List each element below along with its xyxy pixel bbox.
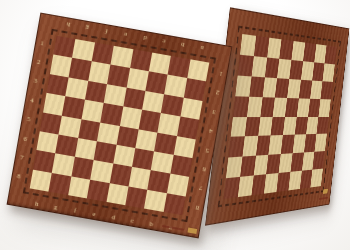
square-c3 [141, 90, 163, 112]
square-b4 [157, 113, 179, 135]
square-a3-back [321, 81, 333, 99]
rank-label-2: 2 [30, 51, 47, 73]
square-f8 [67, 176, 89, 198]
file-label-g: g [45, 198, 66, 214]
rank-label-6: 6 [195, 159, 211, 180]
square-g1 [72, 39, 94, 61]
rank-label-5: 5 [20, 108, 37, 130]
square-d3 [122, 87, 144, 109]
square-a1 [186, 59, 208, 81]
logo-stamp-front [187, 227, 197, 233]
square-e4 [100, 103, 122, 125]
square-c7 [128, 167, 150, 189]
file-label-c: c [121, 212, 142, 228]
square-d4 [119, 106, 141, 128]
square-c8 [125, 186, 147, 208]
square-b5 [154, 132, 176, 154]
square-h1 [53, 35, 75, 57]
file-label-e: e [83, 205, 104, 221]
square-c6 [131, 147, 153, 169]
square-a1-back [325, 45, 337, 64]
square-a5 [173, 135, 195, 157]
square-d1 [129, 49, 151, 71]
rank-label-3: 3 [206, 102, 222, 123]
square-a7-back [313, 151, 325, 169]
square-e3 [103, 83, 125, 105]
square-a7 [166, 173, 188, 195]
square-a3 [180, 97, 202, 119]
rank-label-7: 7 [192, 178, 208, 199]
square-c4 [138, 109, 160, 131]
file-label-a: a [191, 39, 213, 56]
file-label-d: d [102, 208, 123, 224]
square-e1 [110, 45, 132, 67]
file-label-g: g [76, 19, 98, 36]
square-h6 [36, 131, 58, 153]
file-label-d: d [133, 29, 155, 46]
square-g8 [48, 172, 70, 194]
square-c5 [135, 128, 157, 150]
square-g5 [58, 115, 80, 137]
rank-label-8: 8 [189, 197, 205, 218]
square-a5-back [317, 116, 329, 134]
square-e7 [90, 160, 112, 182]
file-label-f: f [64, 201, 85, 217]
square-f1 [91, 42, 113, 64]
rank-label-4: 4 [202, 121, 218, 142]
square-g6 [55, 134, 77, 156]
square-c1 [148, 52, 170, 74]
square-a4-back [319, 98, 331, 116]
square-a8 [163, 192, 185, 214]
rank-label-8: 8 [10, 165, 27, 187]
square-d2 [126, 68, 148, 90]
square-f4 [81, 99, 103, 121]
square-b7 [147, 170, 169, 192]
square-a6-back [315, 133, 327, 151]
square-f2 [88, 61, 110, 83]
square-c2 [145, 71, 167, 93]
square-a4 [176, 116, 198, 138]
rank-label-6: 6 [16, 127, 33, 149]
square-d8 [106, 182, 128, 204]
product-photo-stage: hgfedcba hgfedcba 12345678 12345678 [0, 0, 350, 250]
square-b6 [150, 151, 172, 173]
square-e2 [107, 64, 129, 86]
logo-stamp-back [323, 188, 328, 193]
square-h7 [33, 150, 55, 172]
square-a2-back [323, 63, 335, 81]
square-e5 [97, 122, 119, 144]
rank-label-2: 2 [209, 82, 225, 103]
square-f5 [77, 118, 99, 140]
square-b2 [164, 74, 186, 96]
rank-label-1: 1 [33, 32, 50, 54]
rank-label-3: 3 [26, 70, 43, 92]
board-grid-front [29, 35, 209, 215]
file-label-f: f [95, 22, 117, 39]
maker-mark-back [319, 196, 328, 199]
square-g4 [62, 96, 84, 118]
square-h8 [29, 169, 51, 191]
square-g7 [52, 153, 74, 175]
chessboard-back [205, 7, 349, 225]
square-b8 [144, 189, 166, 211]
square-g3 [65, 77, 87, 99]
chessboard-front: hgfedcba hgfedcba 12345678 12345678 [6, 12, 232, 238]
file-label-b: b [172, 36, 194, 53]
square-b3 [161, 94, 183, 116]
square-d7 [109, 163, 131, 185]
square-h2 [49, 54, 71, 76]
square-f7 [71, 156, 93, 178]
square-d6 [112, 144, 134, 166]
square-d5 [116, 125, 138, 147]
rank-label-5: 5 [199, 140, 215, 161]
square-e6 [93, 141, 115, 163]
file-label-b: b [140, 215, 161, 231]
square-a2 [183, 78, 205, 100]
rank-label-4: 4 [23, 89, 40, 111]
square-h5 [39, 112, 61, 134]
square-e8 [86, 179, 108, 201]
square-g2 [68, 58, 90, 80]
square-h3 [46, 73, 68, 95]
square-f6 [74, 137, 96, 159]
file-label-h: h [57, 16, 79, 33]
rank-label-7: 7 [13, 146, 30, 168]
rank-label-1: 1 [212, 63, 228, 84]
file-label-c: c [153, 32, 175, 49]
square-a8-back [310, 168, 322, 187]
file-label-e: e [114, 26, 136, 43]
square-h4 [43, 92, 65, 114]
square-a6 [170, 154, 192, 176]
file-label-h: h [26, 195, 47, 211]
board-grid-back [224, 33, 337, 198]
square-f3 [84, 80, 106, 102]
square-b1 [167, 55, 189, 77]
